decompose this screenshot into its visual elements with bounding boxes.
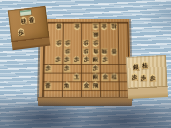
piece-kanji: 歩 bbox=[18, 29, 24, 35]
shogi-piece-lance[interactable]: 香 bbox=[55, 23, 62, 31]
shogi-piece-pawn[interactable]: 歩 bbox=[64, 48, 71, 56]
piece-kanji: 歩 bbox=[65, 40, 70, 45]
shogi-piece-gold[interactable]: 金 bbox=[73, 23, 80, 31]
piece-kanji: 銀 bbox=[133, 64, 139, 70]
shogi-piece-lance[interactable]: 香 bbox=[110, 48, 117, 56]
shogi-piece-rook[interactable]: 飛 bbox=[101, 48, 108, 56]
shogi-piece-bishop[interactable]: 角 bbox=[63, 82, 70, 90]
piece-kanji: 香 bbox=[45, 83, 51, 88]
piece-kanji: 香 bbox=[111, 49, 117, 54]
piece-kanji: 金 bbox=[74, 24, 79, 29]
piece-kanji: 歩 bbox=[83, 49, 88, 54]
left-komadai: 桂香歩 bbox=[8, 6, 51, 50]
shogi-piece-king[interactable]: 玉 bbox=[92, 23, 99, 31]
shogi-piece-pawn[interactable]: 歩 bbox=[54, 39, 61, 47]
shogi-piece-pawn[interactable]: 歩 bbox=[92, 39, 99, 47]
piece-kanji: 金 bbox=[83, 83, 89, 88]
right-komadai: 銀桂歩歩歩 bbox=[126, 55, 168, 99]
shogi-piece-pawn[interactable]: 歩 bbox=[73, 56, 80, 64]
piece-kanji: 玉 bbox=[74, 75, 80, 80]
piece-kanji: 歩 bbox=[83, 58, 88, 63]
shogi-board: 香金玉金桂銀歩歩歩歩歩歩角飛香歩歩歩歩銀歩歩歩歩玉銀金桂香角金飛 bbox=[38, 13, 132, 105]
shogi-piece-knight[interactable]: 桂 bbox=[111, 73, 118, 81]
shogi-piece-rook[interactable]: 飛 bbox=[92, 82, 99, 90]
piece-kanji: 金 bbox=[102, 75, 108, 80]
piece-kanji: 金 bbox=[102, 24, 107, 29]
piece-kanji: 桂 bbox=[21, 18, 27, 24]
shogi-piece-pawn[interactable]: 歩 bbox=[101, 56, 108, 64]
piece-kanji: 歩 bbox=[55, 40, 60, 45]
piece-kanji: 歩 bbox=[150, 75, 156, 81]
shogi-piece-pawn[interactable]: 歩 bbox=[82, 48, 89, 56]
piece-kanji: 桂 bbox=[112, 75, 118, 80]
shogi-piece-gold[interactable]: 金 bbox=[82, 82, 89, 90]
shogi-piece-pawn[interactable]: 歩 bbox=[82, 39, 89, 47]
piece-kanji: 飛 bbox=[93, 83, 99, 88]
piece-kanji: 歩 bbox=[93, 40, 98, 45]
shogi-piece-pawn[interactable]: 歩 bbox=[64, 56, 71, 64]
piece-kanji: 銀 bbox=[92, 32, 97, 37]
board-grid[interactable]: 香金玉金桂銀歩歩歩歩歩歩角飛香歩歩歩歩銀歩歩歩歩玉銀金桂香角金飛 bbox=[42, 22, 130, 100]
piece-kanji: 飛 bbox=[102, 49, 107, 54]
shogi-piece-knight[interactable]: 桂 bbox=[110, 23, 117, 31]
piece-kanji: 歩 bbox=[74, 58, 79, 63]
shogi-piece-silver[interactable]: 銀 bbox=[92, 31, 99, 39]
piece-kanji: 歩 bbox=[102, 58, 108, 63]
shogi-piece-silver[interactable]: 銀 bbox=[92, 56, 99, 64]
piece-kanji: 歩 bbox=[64, 58, 70, 63]
shogi-piece-pawn[interactable]: 歩 bbox=[45, 64, 52, 72]
shogi-piece-gold[interactable]: 金 bbox=[101, 73, 108, 81]
piece-kanji: 歩 bbox=[83, 40, 88, 45]
shogi-piece-king[interactable]: 玉 bbox=[73, 73, 80, 81]
shogi-piece-pawn[interactable]: 歩 bbox=[54, 56, 61, 64]
shogi-piece-gold[interactable]: 金 bbox=[101, 23, 108, 31]
piece-kanji: 歩 bbox=[64, 66, 70, 71]
shogi-piece-pawn[interactable]: 歩 bbox=[63, 64, 70, 72]
board-front-edge bbox=[38, 97, 132, 106]
shogi-piece-lance[interactable]: 香 bbox=[44, 82, 51, 90]
board-surface: 香金玉金桂銀歩歩歩歩歩歩角飛香歩歩歩歩銀歩歩歩歩玉銀金桂香角金飛 bbox=[39, 19, 131, 101]
piece-kanji: 歩 bbox=[55, 58, 61, 63]
piece-kanji: 銀 bbox=[93, 75, 99, 80]
shogi-piece-silver[interactable]: 銀 bbox=[92, 73, 99, 81]
shogi-piece-pawn[interactable]: 歩 bbox=[82, 56, 89, 64]
piece-kanji: 銀 bbox=[93, 58, 98, 63]
piece-kanji: 歩 bbox=[65, 49, 70, 54]
piece-kanji: 香 bbox=[56, 24, 61, 29]
shogi-piece-pawn[interactable]: 歩 bbox=[64, 39, 71, 47]
piece-kanji: 歩 bbox=[132, 74, 138, 80]
piece-kanji: 香 bbox=[29, 17, 35, 23]
shogi-piece-bishop[interactable]: 角 bbox=[92, 48, 99, 56]
piece-kanji: 角 bbox=[93, 49, 98, 54]
piece-kanji: 桂 bbox=[111, 24, 116, 29]
right-komadai-top[interactable] bbox=[126, 55, 168, 89]
right-komadai-front bbox=[128, 86, 169, 99]
piece-kanji: 歩 bbox=[46, 66, 52, 71]
shogi-scene: 香金玉金桂銀歩歩歩歩歩歩角飛香歩歩歩歩銀歩歩歩歩玉銀金桂香角金飛 桂香歩 銀桂歩… bbox=[0, 0, 171, 128]
piece-kanji: 歩 bbox=[141, 75, 147, 81]
shogi-piece-pawn[interactable]: 歩 bbox=[92, 64, 99, 72]
piece-kanji: 桂 bbox=[142, 63, 148, 69]
piece-kanji: 玉 bbox=[92, 24, 97, 29]
piece-kanji: 角 bbox=[64, 83, 70, 88]
piece-kanji: 歩 bbox=[93, 66, 99, 71]
